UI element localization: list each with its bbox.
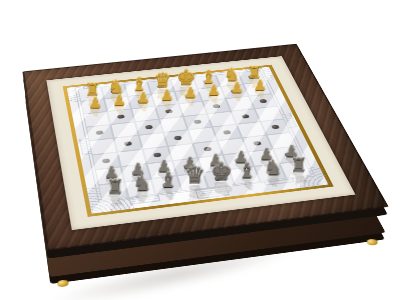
chess-piece-pewter-bishop-f1: ♝ [233,142,261,180]
chess-piece-pewter-bishop-c1: ♝ [154,151,182,190]
piece-glyph: ♛ [184,165,204,188]
piece-glyph: ♜ [289,155,306,174]
chess-piece-pewter-rook-h1: ♜ [284,136,311,174]
piece-glyph: ♚ [210,160,231,184]
chess-board: ♜♞♝♛♚♝♞♜♟♟♟♟♟♟♟♟♟♟♟♟♟♟♟♟♜♞♝♛♚♝♞♜ ♜♞♝♛♚♝♞… [22,44,389,251]
chess-piece-pewter-rook-a1: ♜ [100,158,128,197]
piece-glyph: ♞ [263,157,281,177]
chess-piece-pewter-king-e1: ♚ [207,145,235,183]
piece-glyph: ♝ [159,170,177,190]
piece-glyph: ♝ [237,161,255,181]
chess-piece-pewter-knight-b1: ♞ [127,155,155,194]
piece-glyph: ♜ [106,177,124,197]
chess-piece-pewter-queen-d1: ♛ [180,148,208,187]
piece-glyph: ♞ [132,173,150,194]
chess-piece-pewter-knight-g1: ♞ [259,139,287,177]
product-photo-scene: ♜♞♝♛♚♝♞♜♟♟♟♟♟♟♟♟♟♟♟♟♟♟♟♟♜♞♝♛♚♝♞♜ ♜♞♝♛♚♝♞… [0,0,400,300]
ball-foot [366,239,379,246]
